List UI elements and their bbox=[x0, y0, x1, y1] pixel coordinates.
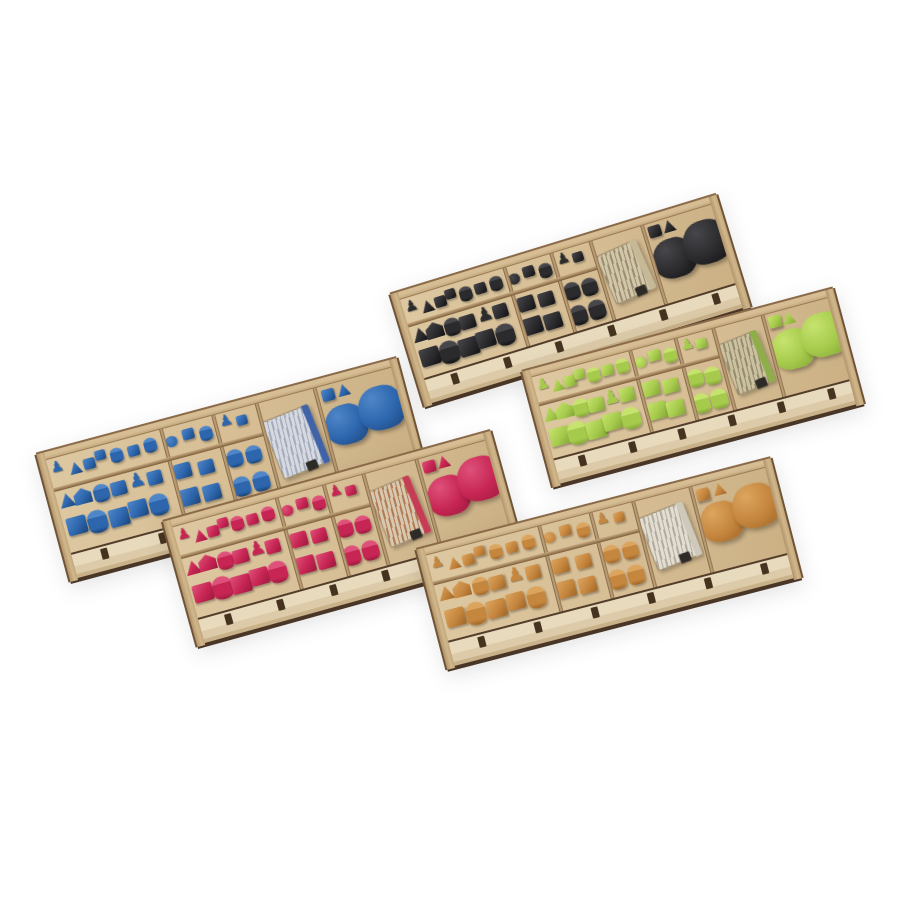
piece-cyl bbox=[614, 357, 630, 375]
piece-cube bbox=[310, 527, 329, 545]
piece-cube bbox=[600, 363, 614, 377]
piece-cyl bbox=[525, 584, 549, 610]
piece-meeple: ♟ bbox=[49, 458, 66, 476]
front-wall-slot bbox=[276, 598, 286, 610]
piece-cube bbox=[458, 313, 477, 331]
piece-meeple: ♟ bbox=[217, 412, 234, 430]
piece-cube bbox=[146, 469, 164, 486]
card-stack-clip bbox=[678, 551, 692, 563]
front-wall-slot bbox=[533, 621, 543, 633]
piece-cube bbox=[618, 386, 636, 403]
front-wall-slot bbox=[628, 441, 638, 453]
piece-cube bbox=[524, 564, 542, 581]
card-stack-clip bbox=[409, 528, 423, 541]
piece-cube bbox=[473, 545, 486, 557]
piece-cube bbox=[504, 590, 527, 611]
piece-cube bbox=[488, 574, 507, 592]
piece-cube bbox=[473, 281, 488, 295]
front-wall-slot bbox=[727, 414, 737, 426]
piece-cyl bbox=[142, 436, 158, 454]
piece-cyl bbox=[229, 514, 246, 532]
piece-cube bbox=[181, 427, 195, 441]
piece-cyl bbox=[108, 446, 124, 464]
piece-cube bbox=[558, 524, 572, 538]
piece-cube bbox=[491, 302, 509, 320]
piece-cone bbox=[58, 491, 77, 509]
front-wall-slot bbox=[477, 636, 487, 648]
front-wall-slot bbox=[100, 547, 110, 559]
piece-cube bbox=[197, 458, 216, 476]
front-wall-slot bbox=[381, 569, 391, 581]
piece-cyl bbox=[586, 298, 608, 322]
front-wall-slot bbox=[578, 454, 588, 466]
front-wall-slot bbox=[555, 340, 565, 353]
piece-cyl bbox=[244, 443, 264, 465]
piece-cube bbox=[320, 387, 336, 402]
piece-cone bbox=[661, 218, 677, 233]
front-wall-slot bbox=[659, 308, 669, 321]
front-wall-slot bbox=[502, 356, 512, 369]
piece-cyl bbox=[575, 521, 591, 539]
piece-meeple: ♟ bbox=[403, 297, 420, 315]
piece-cube bbox=[612, 511, 625, 523]
piece-cyl bbox=[360, 538, 382, 562]
piece-cube bbox=[665, 398, 687, 418]
piece-cyl bbox=[198, 424, 214, 442]
piece-meeple: ♟ bbox=[327, 482, 344, 500]
front-wall-slot bbox=[760, 562, 770, 574]
front-wall-slot bbox=[224, 613, 234, 625]
piece-cone bbox=[446, 555, 462, 570]
piece-cube bbox=[421, 459, 437, 474]
piece-cube bbox=[767, 314, 783, 329]
piece-cone bbox=[436, 454, 452, 469]
piece-cyl bbox=[488, 543, 504, 561]
piece-cube bbox=[577, 575, 598, 595]
piece-cyl bbox=[537, 261, 554, 279]
piece-meeple: ♟ bbox=[534, 375, 551, 393]
piece-cube bbox=[295, 497, 310, 511]
piece-cube bbox=[245, 512, 260, 526]
piece-cube bbox=[201, 482, 223, 502]
card-stack-clip bbox=[305, 459, 319, 471]
piece-cyl bbox=[585, 366, 601, 384]
piece-cube bbox=[65, 514, 89, 537]
piece-cyl bbox=[488, 274, 505, 292]
piece-cube bbox=[216, 517, 229, 530]
piece-cone bbox=[68, 460, 84, 475]
front-wall-slot bbox=[450, 372, 460, 385]
piece-cyl bbox=[353, 514, 373, 536]
piece-cyl bbox=[85, 508, 110, 535]
piece-cube bbox=[443, 606, 467, 628]
piece-cone bbox=[781, 310, 797, 325]
card-stack-clip bbox=[755, 376, 769, 388]
piece-cube bbox=[571, 251, 584, 264]
piece-cyl bbox=[457, 285, 474, 303]
piece-cube bbox=[505, 540, 519, 554]
front-wall-slot bbox=[329, 584, 339, 596]
front-wall-slot bbox=[711, 293, 721, 306]
piece-meeple: ♟ bbox=[594, 510, 611, 528]
piece-cyl bbox=[625, 563, 646, 587]
piece-cube bbox=[109, 479, 128, 497]
piece-cone bbox=[711, 482, 727, 497]
front-wall-slot bbox=[777, 401, 787, 413]
front-wall-slot bbox=[590, 606, 600, 618]
piece-cube bbox=[315, 550, 337, 570]
piece-cone bbox=[336, 382, 352, 397]
piece-cyl bbox=[520, 533, 536, 551]
piece-meeple: ♟ bbox=[175, 525, 192, 543]
card-stack-clip bbox=[634, 284, 648, 297]
front-wall-slot bbox=[677, 428, 687, 440]
piece-cube bbox=[695, 337, 708, 350]
piece-cyl bbox=[91, 482, 111, 504]
piece-cube bbox=[344, 484, 357, 497]
piece-cube bbox=[661, 377, 680, 395]
front-wall-slot bbox=[647, 592, 657, 604]
piece-house bbox=[451, 579, 472, 599]
piece-cyl bbox=[260, 505, 277, 523]
piece-cube bbox=[443, 287, 456, 300]
piece-cube bbox=[542, 311, 564, 332]
piece-cube bbox=[521, 264, 536, 278]
piece-cube bbox=[647, 349, 661, 363]
piece-cyl bbox=[147, 491, 171, 517]
piece-cyl bbox=[702, 365, 722, 387]
product-photo-stage: ♟♟♟♟♟♟♟♟♟♟♟♟♟♟♟ bbox=[0, 0, 900, 900]
piece-meeple: ♟ bbox=[679, 336, 696, 354]
piece-cube bbox=[127, 498, 150, 519]
piece-cube bbox=[574, 553, 593, 571]
piece-cube bbox=[93, 449, 106, 462]
piece-cube bbox=[695, 487, 711, 502]
piece-cube bbox=[572, 368, 585, 381]
piece-cube bbox=[235, 414, 248, 427]
piece-cyl bbox=[579, 276, 600, 298]
front-wall-slot bbox=[607, 324, 617, 337]
front-wall-slot bbox=[827, 388, 837, 400]
piece-cube bbox=[537, 290, 556, 308]
piece-cube bbox=[647, 224, 663, 239]
piece-cone bbox=[437, 584, 456, 602]
piece-house bbox=[72, 486, 94, 506]
piece-cube bbox=[264, 538, 282, 555]
piece-cube bbox=[126, 444, 140, 458]
front-wall-slot bbox=[704, 577, 714, 589]
piece-meeple: ♟ bbox=[428, 554, 445, 572]
piece-cyl bbox=[620, 540, 640, 561]
